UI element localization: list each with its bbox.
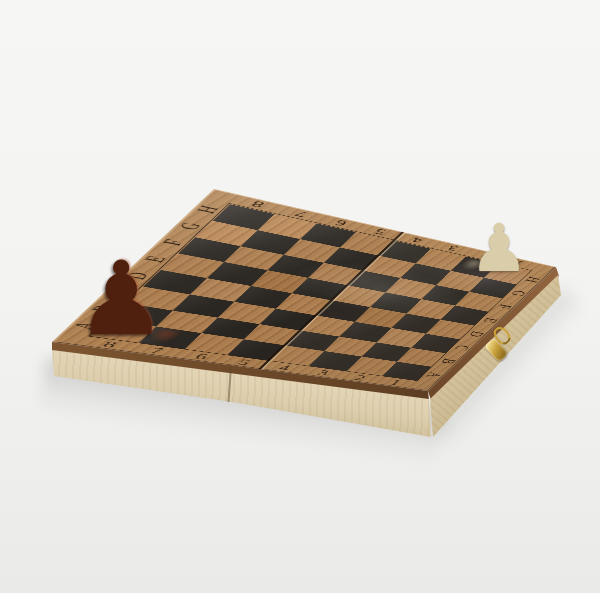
coordinate-label: 7: [292, 209, 309, 218]
brass-clasp: [484, 326, 516, 370]
coordinate-label: 6: [333, 219, 349, 228]
coordinate-label: 6: [193, 352, 210, 360]
coordinate-label: 8: [249, 200, 267, 210]
dark-pawn-piece[interactable]: ♟: [70, 248, 172, 350]
photo-scene: 8765432187654321HGFEDCBAHGFEDCBA ♟♟: [0, 0, 600, 593]
coordinate-label: H: [193, 204, 223, 215]
coordinate-label: 5: [236, 358, 253, 366]
coordinate-label: G: [175, 221, 205, 232]
light-pawn-piece[interactable]: ♟: [466, 216, 532, 282]
coordinate-label: 5: [372, 228, 388, 237]
